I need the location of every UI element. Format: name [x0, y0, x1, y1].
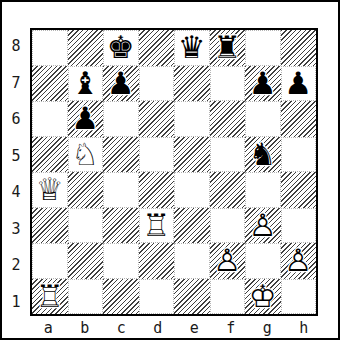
- square-h5[interactable]: [281, 137, 317, 173]
- square-c5[interactable]: [103, 137, 139, 173]
- black-rook-icon[interactable]: ♜: [210, 30, 246, 66]
- square-h4[interactable]: [281, 172, 317, 208]
- square-a3[interactable]: [32, 208, 68, 244]
- black-pawn-icon[interactable]: ♟: [68, 101, 104, 137]
- white-king-icon[interactable]: ♔: [245, 279, 281, 315]
- file-label-b: b: [67, 316, 104, 340]
- square-a2[interactable]: [32, 243, 68, 279]
- file-label-c: c: [103, 316, 140, 340]
- square-f5[interactable]: [210, 137, 246, 173]
- square-e6[interactable]: [174, 101, 210, 137]
- black-pawn-icon[interactable]: ♟: [282, 67, 316, 101]
- white-pawn-icon[interactable]: ♙: [210, 243, 246, 279]
- black-pawn-icon[interactable]: ♟: [103, 66, 139, 102]
- square-d6[interactable]: [139, 101, 175, 137]
- file-label-d: d: [140, 316, 177, 340]
- square-g5[interactable]: ♞♞: [245, 137, 281, 173]
- square-b7[interactable]: ♝♝: [68, 66, 104, 102]
- file-label-e: e: [176, 316, 213, 340]
- square-a6[interactable]: [32, 101, 68, 137]
- square-c2[interactable]: [103, 243, 139, 279]
- rank-labels: 87654321: [2, 28, 30, 320]
- square-g1[interactable]: ♚♔: [245, 279, 281, 315]
- rank-label-6: 6: [2, 101, 30, 138]
- square-a1[interactable]: ♜♖: [32, 279, 68, 315]
- square-d2[interactable]: [139, 243, 175, 279]
- rank-label-4: 4: [2, 174, 30, 211]
- square-h2[interactable]: ♟♙: [281, 243, 317, 279]
- rank-label-3: 3: [2, 211, 30, 248]
- square-e8[interactable]: ♛♛: [174, 30, 210, 66]
- square-g4[interactable]: [245, 172, 281, 208]
- square-g2[interactable]: [245, 243, 281, 279]
- square-c1[interactable]: [103, 279, 139, 315]
- white-knight-icon[interactable]: ♘: [69, 138, 103, 172]
- square-a8[interactable]: [32, 30, 68, 66]
- square-d5[interactable]: [139, 137, 175, 173]
- square-f4[interactable]: [210, 172, 246, 208]
- file-label-f: f: [213, 316, 250, 340]
- square-b8[interactable]: [68, 30, 104, 66]
- square-f7[interactable]: [210, 66, 246, 102]
- white-rook-icon[interactable]: ♖: [32, 279, 68, 315]
- square-h8[interactable]: [281, 30, 317, 66]
- square-d3[interactable]: ♜♖: [139, 208, 175, 244]
- rank-label-1: 1: [2, 284, 30, 321]
- square-h6[interactable]: [281, 101, 317, 137]
- square-e3[interactable]: [174, 208, 210, 244]
- black-queen-icon[interactable]: ♛: [175, 31, 209, 65]
- square-b3[interactable]: [68, 208, 104, 244]
- square-h3[interactable]: [281, 208, 317, 244]
- chess-diagram: 87654321 ♚♚♛♛♜♜♝♝♟♟♟♟♟♟♟♟♞♘♞♞♛♕♜♖♟♙♟♙♟♙♜…: [0, 0, 340, 340]
- square-c4[interactable]: [103, 172, 139, 208]
- square-f6[interactable]: [210, 101, 246, 137]
- square-b5[interactable]: ♞♘: [68, 137, 104, 173]
- square-f1[interactable]: [210, 279, 246, 315]
- white-queen-icon[interactable]: ♕: [33, 173, 67, 207]
- square-d7[interactable]: [139, 66, 175, 102]
- square-c7[interactable]: ♟♟: [103, 66, 139, 102]
- square-f3[interactable]: [210, 208, 246, 244]
- square-h7[interactable]: ♟♟: [281, 66, 317, 102]
- square-b1[interactable]: [68, 279, 104, 315]
- square-a5[interactable]: [32, 137, 68, 173]
- file-label-g: g: [249, 316, 286, 340]
- black-knight-icon[interactable]: ♞: [245, 137, 281, 173]
- square-e5[interactable]: [174, 137, 210, 173]
- black-pawn-icon[interactable]: ♟: [245, 66, 281, 102]
- file-labels: abcdefgh: [30, 316, 322, 340]
- square-b2[interactable]: [68, 243, 104, 279]
- square-b4[interactable]: [68, 172, 104, 208]
- square-f8[interactable]: ♜♜: [210, 30, 246, 66]
- white-pawn-icon[interactable]: ♙: [245, 208, 281, 244]
- square-g3[interactable]: ♟♙: [245, 208, 281, 244]
- square-e1[interactable]: [174, 279, 210, 315]
- square-d8[interactable]: [139, 30, 175, 66]
- square-g6[interactable]: [245, 101, 281, 137]
- square-g8[interactable]: [245, 30, 281, 66]
- black-king-icon[interactable]: ♚: [104, 31, 138, 65]
- square-b6[interactable]: ♟♟: [68, 101, 104, 137]
- square-a7[interactable]: [32, 66, 68, 102]
- square-d1[interactable]: [139, 279, 175, 315]
- square-c6[interactable]: [103, 101, 139, 137]
- square-c8[interactable]: ♚♚: [103, 30, 139, 66]
- square-f2[interactable]: ♟♙: [210, 243, 246, 279]
- rank-label-5: 5: [2, 138, 30, 175]
- white-rook-icon[interactable]: ♖: [140, 209, 174, 243]
- square-c3[interactable]: [103, 208, 139, 244]
- square-g7[interactable]: ♟♟: [245, 66, 281, 102]
- chess-board: ♚♚♛♛♜♜♝♝♟♟♟♟♟♟♟♟♞♘♞♞♛♕♜♖♟♙♟♙♟♙♜♖♚♔: [30, 28, 318, 316]
- square-d4[interactable]: [139, 172, 175, 208]
- square-e4[interactable]: [174, 172, 210, 208]
- square-e7[interactable]: [174, 66, 210, 102]
- square-h1[interactable]: [281, 279, 317, 315]
- white-pawn-icon[interactable]: ♙: [281, 243, 317, 279]
- rank-label-8: 8: [2, 28, 30, 65]
- black-bishop-icon[interactable]: ♝: [69, 67, 103, 101]
- square-a4[interactable]: ♛♕: [32, 172, 68, 208]
- rank-label-7: 7: [2, 65, 30, 102]
- file-label-a: a: [30, 316, 67, 340]
- rank-label-2: 2: [2, 247, 30, 284]
- square-e2[interactable]: [174, 243, 210, 279]
- file-label-h: h: [286, 316, 323, 340]
